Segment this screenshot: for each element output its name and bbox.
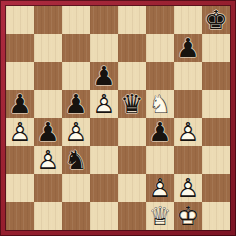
square-h4[interactable] [202,118,230,146]
piece-white-pawn[interactable]: ♟♙ [174,118,202,146]
square-g4[interactable]: ♟♙ [174,118,202,146]
piece-white-pawn[interactable]: ♟♙ [174,174,202,202]
square-d1[interactable] [90,202,118,230]
square-g2[interactable]: ♟♙ [174,174,202,202]
square-h8[interactable]: ♚ [202,6,230,34]
black-piece-glyph: ♟ [146,118,174,146]
square-d6[interactable]: ♟ [90,62,118,90]
square-f3[interactable] [146,146,174,174]
square-c4[interactable]: ♟♙ [62,118,90,146]
square-b4[interactable]: ♟ [34,118,62,146]
square-b6[interactable] [34,62,62,90]
white-piece-outline: ♘ [146,90,174,118]
square-g5[interactable] [174,90,202,118]
square-g7[interactable]: ♟ [174,34,202,62]
square-f4[interactable]: ♟ [146,118,174,146]
piece-black-king[interactable]: ♚ [202,6,230,34]
piece-black-knight[interactable]: ♞ [62,146,90,174]
white-piece-outline: ♙ [6,118,34,146]
black-piece-glyph: ♞ [62,146,90,174]
square-e3[interactable] [118,146,146,174]
piece-black-pawn[interactable]: ♟ [62,90,90,118]
square-a3[interactable] [6,146,34,174]
square-g1[interactable]: ♚♔ [174,202,202,230]
white-piece-outline: ♙ [90,90,118,118]
square-c8[interactable] [62,6,90,34]
square-c6[interactable] [62,62,90,90]
white-piece-outline: ♕ [146,202,174,230]
chess-board-frame: ♚♟♟♟♟♟♙♛♞♘♟♙♟♟♙♟♟♙♟♙♞♟♙♟♙♛♕♚♔ [0,0,236,236]
square-f1[interactable]: ♛♕ [146,202,174,230]
square-b1[interactable] [34,202,62,230]
square-f2[interactable]: ♟♙ [146,174,174,202]
square-h2[interactable] [202,174,230,202]
black-piece-glyph: ♟ [90,62,118,90]
square-f5[interactable]: ♞♘ [146,90,174,118]
piece-black-pawn[interactable]: ♟ [90,62,118,90]
square-h1[interactable] [202,202,230,230]
square-a5[interactable]: ♟ [6,90,34,118]
black-piece-glyph: ♟ [6,90,34,118]
square-a8[interactable] [6,6,34,34]
square-c1[interactable] [62,202,90,230]
piece-white-pawn[interactable]: ♟♙ [90,90,118,118]
square-b3[interactable]: ♟♙ [34,146,62,174]
square-d7[interactable] [90,34,118,62]
square-b8[interactable] [34,6,62,34]
square-h6[interactable] [202,62,230,90]
square-b7[interactable] [34,34,62,62]
square-d2[interactable] [90,174,118,202]
white-piece-outline: ♙ [174,118,202,146]
square-f7[interactable] [146,34,174,62]
piece-white-pawn[interactable]: ♟♙ [34,146,62,174]
piece-white-knight[interactable]: ♞♘ [146,90,174,118]
square-a6[interactable] [6,62,34,90]
square-c5[interactable]: ♟ [62,90,90,118]
piece-white-pawn[interactable]: ♟♙ [6,118,34,146]
square-d3[interactable] [90,146,118,174]
square-e2[interactable] [118,174,146,202]
black-piece-glyph: ♚ [202,6,230,34]
square-d5[interactable]: ♟♙ [90,90,118,118]
square-f6[interactable] [146,62,174,90]
square-e8[interactable] [118,6,146,34]
square-g6[interactable] [174,62,202,90]
piece-black-queen[interactable]: ♛ [118,90,146,118]
square-f8[interactable] [146,6,174,34]
square-e4[interactable] [118,118,146,146]
white-piece-outline: ♙ [146,174,174,202]
piece-black-pawn[interactable]: ♟ [6,90,34,118]
square-c7[interactable] [62,34,90,62]
black-piece-glyph: ♟ [62,90,90,118]
black-piece-glyph: ♟ [174,34,202,62]
white-piece-outline: ♔ [174,202,202,230]
piece-white-queen[interactable]: ♛♕ [146,202,174,230]
piece-white-pawn[interactable]: ♟♙ [146,174,174,202]
square-g8[interactable] [174,6,202,34]
square-c3[interactable]: ♞ [62,146,90,174]
piece-white-king[interactable]: ♚♔ [174,202,202,230]
square-a2[interactable] [6,174,34,202]
black-piece-glyph: ♛ [118,90,146,118]
white-piece-outline: ♙ [174,174,202,202]
square-e1[interactable] [118,202,146,230]
square-c2[interactable] [62,174,90,202]
piece-black-pawn[interactable]: ♟ [146,118,174,146]
square-d4[interactable] [90,118,118,146]
chess-board: ♚♟♟♟♟♟♙♛♞♘♟♙♟♟♙♟♟♙♟♙♞♟♙♟♙♛♕♚♔ [6,6,230,230]
square-h7[interactable] [202,34,230,62]
piece-white-pawn[interactable]: ♟♙ [62,118,90,146]
square-a4[interactable]: ♟♙ [6,118,34,146]
white-piece-outline: ♙ [62,118,90,146]
square-h5[interactable] [202,90,230,118]
square-g3[interactable] [174,146,202,174]
black-piece-glyph: ♟ [34,118,62,146]
square-h3[interactable] [202,146,230,174]
square-e7[interactable] [118,34,146,62]
square-a1[interactable] [6,202,34,230]
square-b2[interactable] [34,174,62,202]
square-d8[interactable] [90,6,118,34]
square-e6[interactable] [118,62,146,90]
piece-black-pawn[interactable]: ♟ [174,34,202,62]
square-a7[interactable] [6,34,34,62]
square-e5[interactable]: ♛ [118,90,146,118]
piece-black-pawn[interactable]: ♟ [34,118,62,146]
square-b5[interactable] [34,90,62,118]
white-piece-outline: ♙ [34,146,62,174]
